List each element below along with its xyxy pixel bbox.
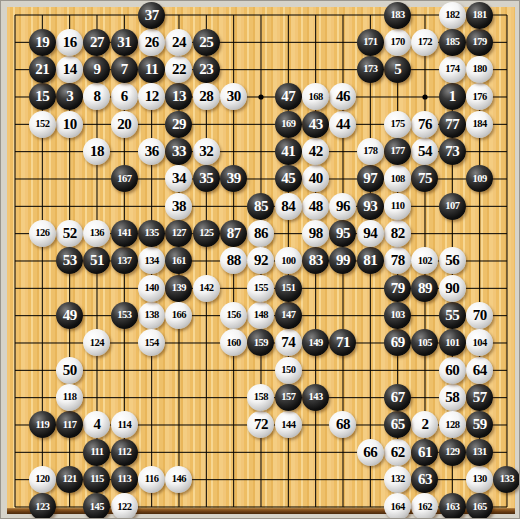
stone-white-160[interactable]: 160 (220, 329, 247, 356)
move-number: 146 (172, 474, 186, 485)
stone-white-70[interactable]: 70 (466, 302, 493, 329)
stone-white-26[interactable]: 26 (138, 29, 165, 56)
stone-white-162[interactable]: 162 (411, 493, 438, 519)
stone-black-161[interactable]: 161 (165, 247, 192, 274)
move-number: 57 (473, 390, 487, 405)
stone-white-72[interactable]: 72 (247, 411, 274, 438)
move-number: 24 (172, 35, 186, 50)
stone-black-67[interactable]: 67 (384, 384, 411, 411)
stone-white-108[interactable]: 108 (384, 165, 411, 192)
move-number: 150 (281, 365, 295, 376)
stone-black-19[interactable]: 19 (29, 29, 56, 56)
stone-white-14[interactable]: 14 (56, 56, 83, 83)
stone-white-156[interactable]: 156 (220, 302, 247, 329)
move-number: 34 (172, 171, 186, 186)
stone-black-71[interactable]: 71 (329, 329, 356, 356)
move-number: 83 (309, 253, 323, 268)
move-number: 28 (199, 89, 213, 104)
stone-white-88[interactable]: 88 (220, 247, 247, 274)
move-number: 14 (63, 62, 77, 77)
stone-white-48[interactable]: 48 (302, 193, 329, 220)
stone-white-166[interactable]: 166 (165, 302, 192, 329)
move-number: 100 (281, 256, 295, 267)
move-number: 149 (309, 338, 323, 349)
move-number: 117 (63, 420, 77, 431)
stone-white-110[interactable]: 110 (384, 193, 411, 220)
stone-white-136[interactable]: 136 (83, 220, 110, 247)
move-number: 114 (117, 420, 131, 431)
move-number: 165 (473, 502, 487, 513)
stone-black-35[interactable]: 35 (193, 165, 220, 192)
move-number: 73 (445, 144, 459, 159)
move-number: 75 (418, 171, 432, 186)
move-number: 177 (391, 146, 405, 157)
stone-white-76[interactable]: 76 (411, 111, 438, 138)
stone-white-6[interactable]: 6 (111, 83, 138, 110)
move-number: 62 (391, 445, 405, 460)
stone-black-23[interactable]: 23 (193, 56, 220, 83)
stone-white-86[interactable]: 86 (247, 220, 274, 247)
move-number: 132 (391, 474, 405, 485)
stone-white-154[interactable]: 154 (138, 329, 165, 356)
stone-black-1[interactable]: 1 (439, 83, 466, 110)
stone-black-163[interactable]: 163 (439, 493, 466, 519)
move-number: 147 (281, 310, 295, 321)
stone-black-63[interactable]: 63 (411, 466, 438, 493)
stone-black-165[interactable]: 165 (466, 493, 493, 519)
move-number: 76 (418, 117, 432, 132)
stone-white-120[interactable]: 120 (29, 466, 56, 493)
move-number: 141 (117, 228, 131, 239)
move-number: 74 (281, 335, 295, 350)
stone-white-175[interactable]: 175 (384, 111, 411, 138)
stone-black-171[interactable]: 171 (357, 29, 384, 56)
stone-white-180[interactable]: 180 (466, 56, 493, 83)
stone-black-133[interactable]: 133 (493, 466, 520, 493)
move-number: 87 (227, 226, 241, 241)
stone-black-33[interactable]: 33 (165, 138, 192, 165)
stone-white-40[interactable]: 40 (302, 165, 329, 192)
stone-white-178[interactable]: 178 (357, 138, 384, 165)
stone-black-95[interactable]: 95 (329, 220, 356, 247)
move-number: 97 (363, 171, 377, 186)
stone-white-2[interactable]: 2 (411, 411, 438, 438)
stone-white-42[interactable]: 42 (302, 138, 329, 165)
stone-black-15[interactable]: 15 (29, 83, 56, 110)
move-number: 58 (445, 390, 459, 405)
stone-white-68[interactable]: 68 (329, 411, 356, 438)
move-number: 56 (445, 253, 459, 268)
move-number: 40 (309, 171, 323, 186)
move-number: 68 (336, 417, 350, 432)
move-number: 33 (172, 144, 186, 159)
move-number: 46 (336, 89, 350, 104)
stone-white-140[interactable]: 140 (138, 275, 165, 302)
stone-white-54[interactable]: 54 (411, 138, 438, 165)
stone-black-111[interactable]: 111 (83, 439, 110, 466)
move-number: 3 (66, 89, 73, 104)
stone-white-92[interactable]: 92 (247, 247, 274, 274)
stone-black-167[interactable]: 167 (111, 165, 138, 192)
move-number: 135 (145, 228, 159, 239)
stone-white-28[interactable]: 28 (193, 83, 220, 110)
stone-white-62[interactable]: 62 (384, 439, 411, 466)
stone-white-176[interactable]: 176 (466, 83, 493, 110)
stone-white-60[interactable]: 60 (439, 357, 466, 384)
stone-black-109[interactable]: 109 (466, 165, 493, 192)
stone-white-144[interactable]: 144 (275, 411, 302, 438)
move-number: 60 (445, 363, 459, 378)
stone-white-116[interactable]: 116 (138, 466, 165, 493)
stone-white-24[interactable]: 24 (165, 29, 192, 56)
stone-white-184[interactable]: 184 (466, 111, 493, 138)
stone-white-122[interactable]: 122 (111, 493, 138, 519)
move-number: 158 (254, 392, 268, 403)
move-number: 5 (394, 62, 401, 77)
move-number: 23 (199, 62, 213, 77)
move-number: 175 (391, 119, 405, 130)
stone-black-27[interactable]: 27 (83, 29, 110, 56)
stone-black-87[interactable]: 87 (220, 220, 247, 247)
move-number: 144 (281, 420, 295, 431)
move-number: 134 (145, 256, 159, 267)
move-number: 155 (254, 283, 268, 294)
move-number: 21 (35, 62, 49, 77)
stone-white-12[interactable]: 12 (138, 83, 165, 110)
stone-black-159[interactable]: 159 (247, 329, 274, 356)
move-number: 32 (199, 144, 213, 159)
move-number: 85 (254, 199, 268, 214)
move-number: 179 (473, 37, 487, 48)
stone-black-25[interactable]: 25 (193, 29, 220, 56)
stone-white-126[interactable]: 126 (29, 220, 56, 247)
move-number: 153 (117, 310, 131, 321)
stone-black-53[interactable]: 53 (56, 247, 83, 274)
stone-black-57[interactable]: 57 (466, 384, 493, 411)
stone-black-113[interactable]: 113 (111, 466, 138, 493)
stone-white-32[interactable]: 32 (193, 138, 220, 165)
stone-black-179[interactable]: 179 (466, 29, 493, 56)
stone-black-99[interactable]: 99 (329, 247, 356, 274)
move-number: 69 (391, 335, 405, 350)
stone-black-41[interactable]: 41 (275, 138, 302, 165)
move-number: 120 (35, 474, 49, 485)
stone-black-31[interactable]: 31 (111, 29, 138, 56)
move-number: 154 (145, 338, 159, 349)
stone-black-103[interactable]: 103 (384, 302, 411, 329)
move-number: 8 (93, 89, 100, 104)
move-number: 156 (227, 310, 241, 321)
stone-white-174[interactable]: 174 (439, 56, 466, 83)
stone-black-29[interactable]: 29 (165, 111, 192, 138)
stone-black-97[interactable]: 97 (357, 165, 384, 192)
stone-white-8[interactable]: 8 (83, 83, 110, 110)
stone-white-138[interactable]: 138 (138, 302, 165, 329)
move-number: 122 (117, 502, 131, 513)
stone-white-22[interactable]: 22 (165, 56, 192, 83)
stone-white-124[interactable]: 124 (83, 329, 110, 356)
move-number: 119 (35, 420, 49, 431)
stone-white-84[interactable]: 84 (275, 193, 302, 220)
move-number: 130 (473, 474, 487, 485)
move-number: 163 (445, 502, 459, 513)
stone-black-51[interactable]: 51 (83, 247, 110, 274)
stone-white-118[interactable]: 118 (56, 384, 83, 411)
move-number: 25 (199, 35, 213, 50)
stone-white-148[interactable]: 148 (247, 302, 274, 329)
stone-white-96[interactable]: 96 (329, 193, 356, 220)
stone-white-18[interactable]: 18 (83, 138, 110, 165)
stone-black-73[interactable]: 73 (439, 138, 466, 165)
stone-black-101[interactable]: 101 (439, 329, 466, 356)
move-number: 82 (391, 226, 405, 241)
move-number: 11 (145, 62, 158, 77)
move-number: 124 (90, 338, 104, 349)
move-number: 43 (309, 117, 323, 132)
stone-white-74[interactable]: 74 (275, 329, 302, 356)
move-number: 16 (63, 35, 77, 50)
move-number: 105 (418, 338, 432, 349)
stone-white-44[interactable]: 44 (329, 111, 356, 138)
move-number: 181 (473, 10, 487, 21)
stone-black-149[interactable]: 149 (302, 329, 329, 356)
stone-black-59[interactable]: 59 (466, 411, 493, 438)
stone-black-169[interactable]: 169 (275, 111, 302, 138)
stone-white-98[interactable]: 98 (302, 220, 329, 247)
stone-black-37[interactable]: 37 (138, 2, 165, 29)
stone-white-114[interactable]: 114 (111, 411, 138, 438)
stone-white-128[interactable]: 128 (439, 411, 466, 438)
stone-white-20[interactable]: 20 (111, 111, 138, 138)
stone-white-132[interactable]: 132 (384, 466, 411, 493)
move-number: 112 (117, 447, 131, 458)
move-number: 15 (35, 89, 49, 104)
stone-white-150[interactable]: 150 (275, 357, 302, 384)
stone-white-78[interactable]: 78 (384, 247, 411, 274)
stone-black-43[interactable]: 43 (302, 111, 329, 138)
stone-white-50[interactable]: 50 (56, 357, 83, 384)
stone-white-64[interactable]: 64 (466, 357, 493, 384)
stone-black-9[interactable]: 9 (83, 56, 110, 83)
move-number: 101 (445, 338, 459, 349)
move-number: 90 (445, 281, 459, 296)
stone-black-81[interactable]: 81 (357, 247, 384, 274)
move-number: 7 (121, 62, 128, 77)
move-number: 38 (172, 199, 186, 214)
move-number: 180 (473, 64, 487, 75)
move-number: 185 (445, 37, 459, 48)
stone-white-172[interactable]: 172 (411, 29, 438, 56)
move-number: 77 (445, 117, 459, 132)
move-number: 36 (145, 144, 159, 159)
move-number: 157 (281, 392, 295, 403)
stone-black-121[interactable]: 121 (56, 466, 83, 493)
stone-black-5[interactable]: 5 (384, 56, 411, 83)
stone-white-130[interactable]: 130 (466, 466, 493, 493)
move-number: 41 (281, 144, 295, 159)
move-number: 61 (418, 445, 432, 460)
stone-black-139[interactable]: 139 (165, 275, 192, 302)
stone-black-61[interactable]: 61 (411, 439, 438, 466)
move-number: 50 (63, 363, 77, 378)
move-number: 52 (63, 226, 77, 241)
stone-white-164[interactable]: 164 (384, 493, 411, 519)
move-number: 65 (391, 417, 405, 432)
stone-white-52[interactable]: 52 (56, 220, 83, 247)
stone-white-66[interactable]: 66 (357, 439, 384, 466)
stone-black-112[interactable]: 112 (111, 439, 138, 466)
move-number: 2 (421, 417, 428, 432)
stone-black-119[interactable]: 119 (29, 411, 56, 438)
stone-white-58[interactable]: 58 (439, 384, 466, 411)
stone-black-83[interactable]: 83 (302, 247, 329, 274)
stone-white-10[interactable]: 10 (56, 111, 83, 138)
move-number: 123 (35, 502, 49, 513)
stone-white-182[interactable]: 182 (439, 2, 466, 29)
stone-black-47[interactable]: 47 (275, 83, 302, 110)
stone-black-21[interactable]: 21 (29, 56, 56, 83)
move-number: 126 (35, 228, 49, 239)
move-number: 93 (363, 199, 377, 214)
move-number: 89 (418, 281, 432, 296)
stone-white-170[interactable]: 170 (384, 29, 411, 56)
stone-white-4[interactable]: 4 (83, 411, 110, 438)
stone-black-181[interactable]: 181 (466, 2, 493, 29)
move-number: 84 (281, 199, 295, 214)
stone-white-90[interactable]: 90 (439, 275, 466, 302)
stone-black-141[interactable]: 141 (111, 220, 138, 247)
stone-white-16[interactable]: 16 (56, 29, 83, 56)
stone-white-46[interactable]: 46 (329, 83, 356, 110)
stone-black-185[interactable]: 185 (439, 29, 466, 56)
stone-black-123[interactable]: 123 (29, 493, 56, 519)
stone-black-153[interactable]: 153 (111, 302, 138, 329)
move-number: 19 (35, 35, 49, 50)
stone-white-152[interactable]: 152 (29, 111, 56, 138)
stone-black-45[interactable]: 45 (275, 165, 302, 192)
stone-black-177[interactable]: 177 (384, 138, 411, 165)
stone-white-30[interactable]: 30 (220, 83, 247, 110)
stone-white-158[interactable]: 158 (247, 384, 274, 411)
move-number: 51 (90, 253, 104, 268)
move-number: 172 (418, 37, 432, 48)
move-number: 12 (145, 89, 159, 104)
stone-black-69[interactable]: 69 (384, 329, 411, 356)
stone-black-3[interactable]: 3 (56, 83, 83, 110)
stone-black-131[interactable]: 131 (466, 439, 493, 466)
stone-black-11[interactable]: 11 (138, 56, 165, 83)
move-number: 169 (281, 119, 295, 130)
stone-white-104[interactable]: 104 (466, 329, 493, 356)
move-number: 29 (172, 117, 186, 132)
stone-black-157[interactable]: 157 (275, 384, 302, 411)
stone-black-93[interactable]: 93 (357, 193, 384, 220)
stone-black-107[interactable]: 107 (439, 193, 466, 220)
stone-white-142[interactable]: 142 (193, 275, 220, 302)
move-number: 6 (121, 89, 128, 104)
stone-black-117[interactable]: 117 (56, 411, 83, 438)
move-number: 176 (473, 92, 487, 103)
stone-white-56[interactable]: 56 (439, 247, 466, 274)
stone-black-173[interactable]: 173 (357, 56, 384, 83)
move-number: 133 (500, 474, 514, 485)
stone-white-100[interactable]: 100 (275, 247, 302, 274)
move-number: 55 (445, 308, 459, 323)
stone-white-134[interactable]: 134 (138, 247, 165, 274)
move-number: 167 (117, 174, 131, 185)
move-number: 178 (363, 146, 377, 157)
move-number: 108 (391, 174, 405, 185)
stone-white-94[interactable]: 94 (357, 220, 384, 247)
move-number: 53 (63, 253, 77, 268)
stone-black-105[interactable]: 105 (411, 329, 438, 356)
move-number: 103 (391, 310, 405, 321)
stone-white-155[interactable]: 155 (247, 275, 274, 302)
stone-black-183[interactable]: 183 (384, 2, 411, 29)
move-number: 171 (363, 37, 377, 48)
goban[interactable]: 1234567891011121314151618192021222324252… (1, 1, 520, 519)
stone-black-39[interactable]: 39 (220, 165, 247, 192)
move-number: 44 (336, 117, 350, 132)
stone-black-115[interactable]: 115 (83, 466, 110, 493)
move-number: 4 (93, 417, 100, 432)
stone-black-65[interactable]: 65 (384, 411, 411, 438)
stone-white-82[interactable]: 82 (384, 220, 411, 247)
move-number: 18 (90, 144, 104, 159)
move-number: 70 (473, 308, 487, 323)
stone-black-145[interactable]: 145 (83, 493, 110, 519)
move-number: 63 (418, 472, 432, 487)
stone-black-143[interactable]: 143 (302, 384, 329, 411)
stone-black-151[interactable]: 151 (275, 275, 302, 302)
move-number: 95 (336, 226, 350, 241)
stone-black-75[interactable]: 75 (411, 165, 438, 192)
move-number: 96 (336, 199, 350, 214)
move-number: 104 (473, 338, 487, 349)
move-number: 170 (391, 37, 405, 48)
move-number: 128 (445, 420, 459, 431)
move-number: 107 (445, 201, 459, 212)
stone-white-36[interactable]: 36 (138, 138, 165, 165)
stone-white-168[interactable]: 168 (302, 83, 329, 110)
stone-black-89[interactable]: 89 (411, 275, 438, 302)
stone-black-127[interactable]: 127 (165, 220, 192, 247)
stone-white-38[interactable]: 38 (165, 193, 192, 220)
stone-white-146[interactable]: 146 (165, 466, 192, 493)
stone-black-135[interactable]: 135 (138, 220, 165, 247)
stone-black-55[interactable]: 55 (439, 302, 466, 329)
move-number: 143 (309, 392, 323, 403)
stone-black-125[interactable]: 125 (193, 220, 220, 247)
stone-black-77[interactable]: 77 (439, 111, 466, 138)
stone-black-137[interactable]: 137 (111, 247, 138, 274)
stone-black-147[interactable]: 147 (275, 302, 302, 329)
stone-black-129[interactable]: 129 (439, 439, 466, 466)
move-number: 161 (172, 256, 186, 267)
move-number: 152 (35, 119, 49, 130)
move-number: 98 (309, 226, 323, 241)
move-number: 67 (391, 390, 405, 405)
stone-black-13[interactable]: 13 (165, 83, 192, 110)
stone-white-34[interactable]: 34 (165, 165, 192, 192)
stone-black-7[interactable]: 7 (111, 56, 138, 83)
move-number: 48 (309, 199, 323, 214)
stone-black-49[interactable]: 49 (56, 302, 83, 329)
move-number: 20 (117, 117, 131, 132)
stone-white-102[interactable]: 102 (411, 247, 438, 274)
stone-black-79[interactable]: 79 (384, 275, 411, 302)
stone-black-85[interactable]: 85 (247, 193, 274, 220)
